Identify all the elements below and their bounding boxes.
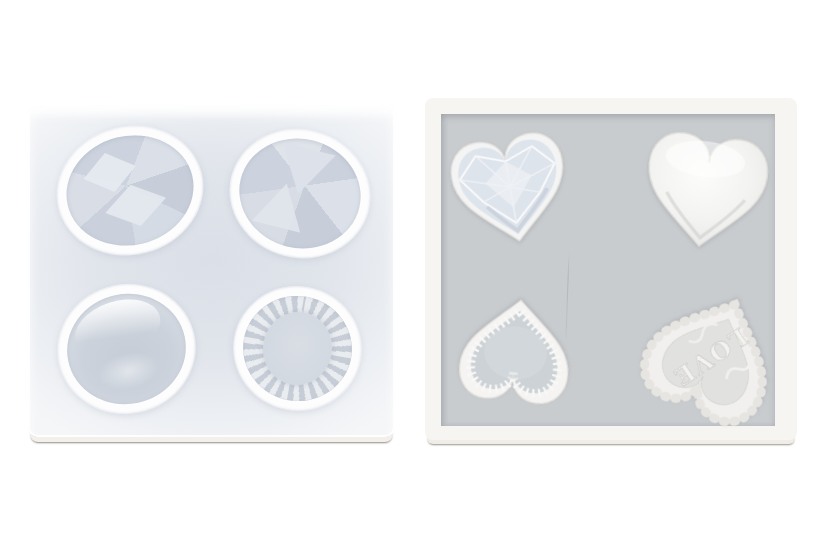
faceted-oval-cavity-top-right <box>217 115 384 272</box>
oval-cavity-surface <box>55 122 206 259</box>
dash-border-heart <box>443 288 587 417</box>
oval-cavity-surface <box>57 283 196 415</box>
smooth-oval-cavity-bottom-left <box>46 272 207 426</box>
oval-cavity-surface <box>235 287 361 409</box>
oval-gem-mold <box>28 103 395 437</box>
faceted-oval-cavity-top-left <box>44 111 216 270</box>
product-photo: LOVE <box>0 0 816 552</box>
oval-cavity-surface <box>228 126 373 261</box>
faceted-heart <box>435 115 585 260</box>
plain-heart <box>630 117 782 260</box>
faceted-rim-oval-cavity-bottom-right <box>224 277 370 420</box>
